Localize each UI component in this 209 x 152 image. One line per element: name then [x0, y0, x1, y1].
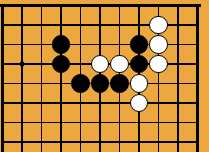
intersection-c1-r3[interactable]	[12, 54, 32, 74]
intersection-grid	[0, 0, 207, 152]
intersection-c5-r3[interactable]	[90, 54, 110, 74]
intersection-c7-r7[interactable]	[129, 132, 149, 152]
intersection-c8-r1[interactable]	[149, 15, 169, 35]
intersection-c10-r1[interactable]	[188, 15, 208, 35]
intersection-c7-r3[interactable]	[129, 54, 149, 74]
intersection-c7-r4[interactable]	[129, 74, 149, 94]
intersection-c4-r5[interactable]	[71, 93, 91, 113]
intersection-c7-r5[interactable]	[129, 93, 149, 113]
intersection-c5-r6[interactable]	[90, 113, 110, 133]
intersection-c5-r2[interactable]	[90, 35, 110, 55]
intersection-c9-r3[interactable]	[168, 54, 188, 74]
intersection-c1-r1[interactable]	[12, 15, 32, 35]
intersection-c6-r4[interactable]	[110, 74, 130, 94]
go-diagram-screenshot	[0, 0, 209, 152]
intersection-c3-r1[interactable]	[51, 15, 71, 35]
intersection-c3-r6[interactable]	[51, 113, 71, 133]
intersection-c4-r7[interactable]	[71, 132, 91, 152]
intersection-c0-r6[interactable]	[0, 113, 12, 133]
intersection-c9-r0[interactable]	[168, 0, 188, 15]
intersection-c3-r7[interactable]	[51, 132, 71, 152]
intersection-c6-r5[interactable]	[110, 93, 130, 113]
go-board[interactable]	[0, 0, 209, 152]
intersection-c2-r5[interactable]	[32, 93, 52, 113]
intersection-c3-r0[interactable]	[51, 0, 71, 15]
intersection-c5-r7[interactable]	[90, 132, 110, 152]
intersection-c2-r4[interactable]	[32, 74, 52, 94]
intersection-c2-r7[interactable]	[32, 132, 52, 152]
intersection-c9-r7[interactable]	[168, 132, 188, 152]
intersection-c6-r1[interactable]	[110, 15, 130, 35]
intersection-c7-r1[interactable]	[129, 15, 149, 35]
intersection-c1-r4[interactable]	[12, 74, 32, 94]
intersection-c1-r5[interactable]	[12, 93, 32, 113]
intersection-c5-r4[interactable]	[90, 74, 110, 94]
intersection-c3-r4[interactable]	[51, 74, 71, 94]
intersection-c0-r3[interactable]	[0, 54, 12, 74]
intersection-c6-r7[interactable]	[110, 132, 130, 152]
intersection-c3-r2[interactable]	[51, 35, 71, 55]
intersection-c2-r1[interactable]	[32, 15, 52, 35]
intersection-c9-r4[interactable]	[168, 74, 188, 94]
intersection-c6-r3[interactable]	[110, 54, 130, 74]
intersection-c0-r0[interactable]	[0, 0, 12, 15]
intersection-c3-r5[interactable]	[51, 93, 71, 113]
intersection-c7-r0[interactable]	[129, 0, 149, 15]
intersection-c8-r7[interactable]	[149, 132, 169, 152]
intersection-c10-r5[interactable]	[188, 93, 208, 113]
intersection-c8-r2[interactable]	[149, 35, 169, 55]
intersection-c9-r6[interactable]	[168, 113, 188, 133]
intersection-c9-r2[interactable]	[168, 35, 188, 55]
intersection-c2-r0[interactable]	[32, 0, 52, 15]
intersection-c8-r0[interactable]	[149, 0, 169, 15]
intersection-c4-r0[interactable]	[71, 0, 91, 15]
intersection-c6-r6[interactable]	[110, 113, 130, 133]
intersection-c2-r2[interactable]	[32, 35, 52, 55]
intersection-c8-r4[interactable]	[149, 74, 169, 94]
intersection-c1-r7[interactable]	[12, 132, 32, 152]
intersection-c5-r1[interactable]	[90, 15, 110, 35]
intersection-c10-r4[interactable]	[188, 74, 208, 94]
intersection-c7-r2[interactable]	[129, 35, 149, 55]
intersection-c7-r6[interactable]	[129, 113, 149, 133]
intersection-c1-r6[interactable]	[12, 113, 32, 133]
intersection-c4-r4[interactable]	[71, 74, 91, 94]
intersection-c9-r1[interactable]	[168, 15, 188, 35]
intersection-c4-r1[interactable]	[71, 15, 91, 35]
intersection-c4-r6[interactable]	[71, 113, 91, 133]
intersection-c8-r5[interactable]	[149, 93, 169, 113]
intersection-c0-r7[interactable]	[0, 132, 12, 152]
intersection-c10-r7[interactable]	[188, 132, 208, 152]
intersection-c0-r1[interactable]	[0, 15, 12, 35]
intersection-c10-r3[interactable]	[188, 54, 208, 74]
intersection-c0-r2[interactable]	[0, 35, 12, 55]
intersection-c10-r2[interactable]	[188, 35, 208, 55]
intersection-c10-r0[interactable]	[188, 0, 208, 15]
intersection-c8-r6[interactable]	[149, 113, 169, 133]
intersection-c9-r5[interactable]	[168, 93, 188, 113]
intersection-c3-r3[interactable]	[51, 54, 71, 74]
intersection-c0-r5[interactable]	[0, 93, 12, 113]
intersection-c6-r0[interactable]	[110, 0, 130, 15]
intersection-c2-r6[interactable]	[32, 113, 52, 133]
intersection-c1-r0[interactable]	[12, 0, 32, 15]
intersection-c2-r3[interactable]	[32, 54, 52, 74]
intersection-c4-r3[interactable]	[71, 54, 91, 74]
intersection-c1-r2[interactable]	[12, 35, 32, 55]
intersection-c4-r2[interactable]	[71, 35, 91, 55]
intersection-c5-r5[interactable]	[90, 93, 110, 113]
intersection-c0-r4[interactable]	[0, 74, 12, 94]
intersection-c8-r3[interactable]	[149, 54, 169, 74]
intersection-c6-r2[interactable]	[110, 35, 130, 55]
intersection-c10-r6[interactable]	[188, 113, 208, 133]
intersection-c5-r0[interactable]	[90, 0, 110, 15]
